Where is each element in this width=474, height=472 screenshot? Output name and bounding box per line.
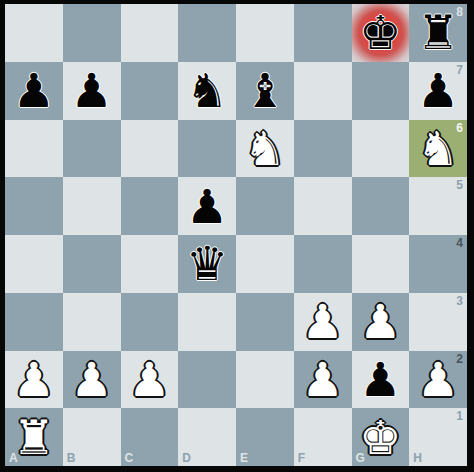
- square-c6[interactable]: [121, 120, 179, 178]
- square-h5[interactable]: 5: [409, 177, 467, 235]
- rank-label-3: 3: [456, 294, 463, 308]
- square-d2[interactable]: [178, 351, 236, 409]
- square-d6[interactable]: [178, 120, 236, 178]
- square-h8[interactable]: ♜8: [409, 4, 467, 62]
- square-g8[interactable]: ♚: [352, 4, 410, 62]
- square-f2[interactable]: ♟: [294, 351, 352, 409]
- piece-wP-a2[interactable]: ♟: [5, 351, 63, 409]
- file-label-h: H: [413, 451, 422, 465]
- square-a4[interactable]: [5, 235, 63, 293]
- rank-label-2: 2: [456, 352, 463, 366]
- square-f8[interactable]: [294, 4, 352, 62]
- rank-label-6: 6: [456, 121, 463, 135]
- square-b5[interactable]: [63, 177, 121, 235]
- square-c7[interactable]: [121, 62, 179, 120]
- file-label-c: C: [125, 451, 134, 465]
- file-label-b: B: [67, 451, 76, 465]
- square-g1[interactable]: ♚G: [352, 408, 410, 466]
- square-h7[interactable]: ♟7: [409, 62, 467, 120]
- piece-wP-f2[interactable]: ♟: [294, 351, 352, 409]
- square-c2[interactable]: ♟: [121, 351, 179, 409]
- square-e8[interactable]: [236, 4, 294, 62]
- piece-wP-g3[interactable]: ♟: [352, 293, 410, 351]
- square-b8[interactable]: [63, 4, 121, 62]
- square-b6[interactable]: [63, 120, 121, 178]
- square-e7[interactable]: ♝: [236, 62, 294, 120]
- piece-bP-b7[interactable]: ♟: [63, 62, 121, 120]
- square-f1[interactable]: F: [294, 408, 352, 466]
- square-g2[interactable]: ♟: [352, 351, 410, 409]
- square-g4[interactable]: [352, 235, 410, 293]
- rank-label-8: 8: [456, 5, 463, 19]
- square-d7[interactable]: ♞: [178, 62, 236, 120]
- square-a1[interactable]: ♜A: [5, 408, 63, 466]
- square-e2[interactable]: [236, 351, 294, 409]
- square-a6[interactable]: [5, 120, 63, 178]
- piece-bP-a7[interactable]: ♟: [5, 62, 63, 120]
- square-c3[interactable]: [121, 293, 179, 351]
- square-d8[interactable]: [178, 4, 236, 62]
- square-d1[interactable]: D: [178, 408, 236, 466]
- square-h6[interactable]: ♞6: [409, 120, 467, 178]
- square-g3[interactable]: ♟: [352, 293, 410, 351]
- square-a3[interactable]: [5, 293, 63, 351]
- square-c1[interactable]: C: [121, 408, 179, 466]
- file-label-d: D: [182, 451, 191, 465]
- square-f6[interactable]: [294, 120, 352, 178]
- square-e3[interactable]: [236, 293, 294, 351]
- rank-label-7: 7: [456, 63, 463, 77]
- piece-wN-e6[interactable]: ♞: [236, 120, 294, 178]
- square-b7[interactable]: ♟: [63, 62, 121, 120]
- piece-bK-g8[interactable]: ♚: [352, 4, 410, 62]
- square-b3[interactable]: [63, 293, 121, 351]
- square-a2[interactable]: ♟: [5, 351, 63, 409]
- piece-bP-g2[interactable]: ♟: [352, 351, 410, 409]
- board-frame: ♚♜8♟♟♞♝♟7♞♞6♟5♛4♟♟3♟♟♟♟♟♟2♜ABCDEF♚G1H: [0, 0, 474, 472]
- piece-bP-d5[interactable]: ♟: [178, 177, 236, 235]
- square-e1[interactable]: E: [236, 408, 294, 466]
- square-g5[interactable]: [352, 177, 410, 235]
- rank-label-4: 4: [456, 236, 463, 250]
- square-f5[interactable]: [294, 177, 352, 235]
- rank-label-1: 1: [456, 409, 463, 423]
- file-label-e: E: [240, 451, 248, 465]
- square-a7[interactable]: ♟: [5, 62, 63, 120]
- chess-board: ♚♜8♟♟♞♝♟7♞♞6♟5♛4♟♟3♟♟♟♟♟♟2♜ABCDEF♚G1H: [5, 4, 467, 466]
- square-a8[interactable]: [5, 4, 63, 62]
- square-f4[interactable]: [294, 235, 352, 293]
- square-h4[interactable]: 4: [409, 235, 467, 293]
- square-c8[interactable]: [121, 4, 179, 62]
- rank-label-5: 5: [456, 178, 463, 192]
- square-h2[interactable]: ♟2: [409, 351, 467, 409]
- square-e6[interactable]: ♞: [236, 120, 294, 178]
- square-b2[interactable]: ♟: [63, 351, 121, 409]
- file-label-g: G: [356, 451, 365, 465]
- piece-wP-b2[interactable]: ♟: [63, 351, 121, 409]
- square-f3[interactable]: ♟: [294, 293, 352, 351]
- file-label-f: F: [298, 451, 305, 465]
- piece-bN-d7[interactable]: ♞: [178, 62, 236, 120]
- square-h3[interactable]: 3: [409, 293, 467, 351]
- square-g6[interactable]: [352, 120, 410, 178]
- square-e4[interactable]: [236, 235, 294, 293]
- square-d4[interactable]: ♛: [178, 235, 236, 293]
- square-g7[interactable]: [352, 62, 410, 120]
- file-label-a: A: [9, 451, 18, 465]
- piece-wP-c2[interactable]: ♟: [121, 351, 179, 409]
- square-d3[interactable]: [178, 293, 236, 351]
- square-b4[interactable]: [63, 235, 121, 293]
- piece-wP-f3[interactable]: ♟: [294, 293, 352, 351]
- piece-bQ-d4[interactable]: ♛: [178, 235, 236, 293]
- square-a5[interactable]: [5, 177, 63, 235]
- square-e5[interactable]: [236, 177, 294, 235]
- square-c5[interactable]: [121, 177, 179, 235]
- square-b1[interactable]: B: [63, 408, 121, 466]
- square-f7[interactable]: [294, 62, 352, 120]
- square-c4[interactable]: [121, 235, 179, 293]
- square-h1[interactable]: 1H: [409, 408, 467, 466]
- square-d5[interactable]: ♟: [178, 177, 236, 235]
- piece-bB-e7[interactable]: ♝: [236, 62, 294, 120]
